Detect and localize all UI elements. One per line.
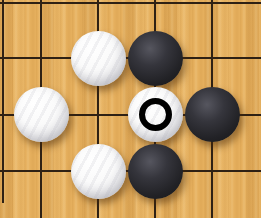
white-stone xyxy=(71,144,126,199)
white-stone xyxy=(71,31,126,86)
grid-line xyxy=(0,2,261,4)
last-move-circle-marker xyxy=(139,98,172,131)
go-board[interactable] xyxy=(0,0,261,218)
black-stone xyxy=(128,31,183,86)
black-stone xyxy=(185,87,240,142)
grid-line xyxy=(2,0,4,203)
white-stone xyxy=(128,87,183,142)
black-stone xyxy=(128,144,183,199)
white-stone xyxy=(14,87,69,142)
